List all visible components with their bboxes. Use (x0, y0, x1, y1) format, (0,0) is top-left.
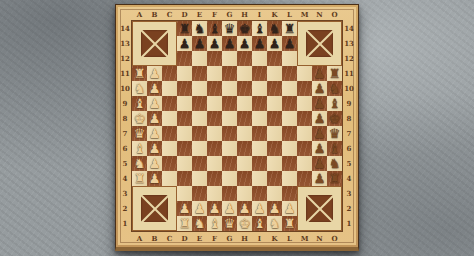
square-M8 (297, 111, 312, 126)
coordinate-label: 13 (342, 36, 356, 51)
square-A6: ♝ (132, 141, 147, 156)
square-D9 (177, 96, 192, 111)
square-I3 (252, 186, 267, 201)
square-N7: ♟ (312, 126, 327, 141)
square-F8 (207, 111, 222, 126)
square-G2: ♟ (222, 201, 237, 216)
square-F6 (207, 141, 222, 156)
square-H6 (237, 141, 252, 156)
square-F2: ♟ (207, 201, 222, 216)
x-square-icon (306, 30, 333, 57)
square-H13: ♟ (237, 36, 252, 51)
square-K3 (267, 186, 282, 201)
square-B9: ♟ (147, 96, 162, 111)
coordinate-label: F (207, 7, 222, 21)
square-K12 (267, 51, 282, 66)
coordinates-right: 1413121110987654321 (342, 21, 356, 231)
coordinate-label: O (327, 7, 342, 21)
coordinate-label: 12 (342, 51, 356, 66)
square-E7 (192, 126, 207, 141)
square-F5 (207, 156, 222, 171)
square-B11: ♟ (147, 66, 162, 81)
west-pawn: ♟ (147, 156, 162, 171)
square-O10: ♞ (327, 81, 342, 96)
coordinate-label: E (192, 7, 207, 21)
chess-board: ABCDEFGHIKLMNO ABCDEFGHIKLMNO 1413121110… (115, 4, 359, 251)
square-F10 (207, 81, 222, 96)
square-D13: ♟ (177, 36, 192, 51)
square-N10: ♟ (312, 81, 327, 96)
square-B10: ♟ (147, 81, 162, 96)
east-knight: ♞ (327, 156, 342, 171)
square-G3 (222, 186, 237, 201)
square-A11: ♜ (132, 66, 147, 81)
west-knight: ♞ (132, 156, 147, 171)
corner-x-motif (132, 21, 177, 66)
square-H8 (237, 111, 252, 126)
coordinate-label: 10 (118, 81, 132, 96)
north-pawn: ♟ (222, 36, 237, 51)
north-pawn: ♟ (267, 36, 282, 51)
concrete-background: ABCDEFGHIKLMNO ABCDEFGHIKLMNO 1413121110… (0, 0, 474, 256)
square-G5 (222, 156, 237, 171)
square-M9 (297, 96, 312, 111)
corner-x-motif (132, 186, 177, 231)
north-knight: ♞ (192, 21, 207, 36)
square-E2: ♟ (192, 201, 207, 216)
square-I12 (252, 51, 267, 66)
square-I14: ♝ (252, 21, 267, 36)
coordinate-label: F (207, 231, 222, 245)
coordinate-label: 8 (342, 111, 356, 126)
coordinate-label: 7 (342, 126, 356, 141)
south-king: ♚ (237, 216, 252, 231)
north-rook: ♜ (282, 21, 297, 36)
square-I8 (252, 111, 267, 126)
east-pawn: ♟ (312, 126, 327, 141)
coordinate-label: M (297, 7, 312, 21)
coordinate-label: O (327, 231, 342, 245)
square-C4 (162, 171, 177, 186)
square-I10 (252, 81, 267, 96)
square-E6 (192, 141, 207, 156)
north-pawn: ♟ (192, 36, 207, 51)
east-pawn: ♟ (312, 141, 327, 156)
square-D12 (177, 51, 192, 66)
square-H10 (237, 81, 252, 96)
square-B8: ♟ (147, 111, 162, 126)
square-K6 (267, 141, 282, 156)
south-queen: ♛ (222, 216, 237, 231)
square-C9 (162, 96, 177, 111)
square-D4 (177, 171, 192, 186)
coordinate-label: 10 (342, 81, 356, 96)
coordinate-label: K (267, 231, 282, 245)
square-H5 (237, 156, 252, 171)
square-I7 (252, 126, 267, 141)
south-pawn: ♟ (267, 201, 282, 216)
north-knight: ♞ (267, 21, 282, 36)
square-L1: ♜ (282, 216, 297, 231)
square-H3 (237, 186, 252, 201)
coordinate-label: N (312, 231, 327, 245)
east-pawn: ♟ (312, 66, 327, 81)
square-G13: ♟ (222, 36, 237, 51)
coordinate-label: 7 (118, 126, 132, 141)
square-I2: ♟ (252, 201, 267, 216)
square-O6: ♝ (327, 141, 342, 156)
square-G1: ♛ (222, 216, 237, 231)
square-G12 (222, 51, 237, 66)
square-F7 (207, 126, 222, 141)
square-L6 (282, 141, 297, 156)
square-A4: ♜ (132, 171, 147, 186)
coordinate-label: 14 (118, 21, 132, 36)
square-I5 (252, 156, 267, 171)
square-L10 (282, 81, 297, 96)
square-O7: ♛ (327, 126, 342, 141)
square-G8 (222, 111, 237, 126)
coordinate-label: 3 (342, 186, 356, 201)
east-pawn: ♟ (312, 96, 327, 111)
coordinate-label: 2 (342, 201, 356, 216)
square-E5 (192, 156, 207, 171)
square-L5 (282, 156, 297, 171)
square-M11 (297, 66, 312, 81)
coordinate-label: 14 (342, 21, 356, 36)
square-F9 (207, 96, 222, 111)
north-pawn: ♟ (237, 36, 252, 51)
square-A10: ♞ (132, 81, 147, 96)
east-queen: ♛ (327, 126, 342, 141)
square-A5: ♞ (132, 156, 147, 171)
west-bishop: ♝ (132, 141, 147, 156)
square-D1: ♜ (177, 216, 192, 231)
square-F11 (207, 66, 222, 81)
square-K8 (267, 111, 282, 126)
east-knight: ♞ (327, 81, 342, 96)
coordinate-label: C (162, 231, 177, 245)
square-M7 (297, 126, 312, 141)
square-H1: ♚ (237, 216, 252, 231)
square-C7 (162, 126, 177, 141)
west-king: ♚ (132, 111, 147, 126)
square-E3 (192, 186, 207, 201)
square-I1: ♝ (252, 216, 267, 231)
square-H11 (237, 66, 252, 81)
coordinate-label: 2 (118, 201, 132, 216)
square-L2: ♟ (282, 201, 297, 216)
square-D3 (177, 186, 192, 201)
north-pawn: ♟ (177, 36, 192, 51)
coordinate-label: H (237, 231, 252, 245)
south-rook: ♜ (177, 216, 192, 231)
square-G14: ♛ (222, 21, 237, 36)
west-pawn: ♟ (147, 141, 162, 156)
square-L9 (282, 96, 297, 111)
square-O11: ♜ (327, 66, 342, 81)
square-D11 (177, 66, 192, 81)
west-pawn: ♟ (147, 81, 162, 96)
square-K10 (267, 81, 282, 96)
square-L13: ♟ (282, 36, 297, 51)
square-K5 (267, 156, 282, 171)
x-square-icon (141, 30, 168, 57)
coordinates-bottom: ABCDEFGHIKLMNO (132, 231, 342, 245)
coordinate-label: 12 (118, 51, 132, 66)
square-L8 (282, 111, 297, 126)
square-K13: ♟ (267, 36, 282, 51)
west-bishop: ♝ (132, 96, 147, 111)
square-K9 (267, 96, 282, 111)
square-N5: ♟ (312, 156, 327, 171)
square-E9 (192, 96, 207, 111)
square-F3 (207, 186, 222, 201)
north-bishop: ♝ (252, 21, 267, 36)
square-D10 (177, 81, 192, 96)
square-C6 (162, 141, 177, 156)
square-A9: ♝ (132, 96, 147, 111)
north-pawn: ♟ (207, 36, 222, 51)
east-rook: ♜ (327, 171, 342, 186)
square-L11 (282, 66, 297, 81)
square-O8: ♚ (327, 111, 342, 126)
square-D2: ♟ (177, 201, 192, 216)
square-I6 (252, 141, 267, 156)
coordinate-label: 6 (342, 141, 356, 156)
north-pawn: ♟ (282, 36, 297, 51)
square-H14: ♚ (237, 21, 252, 36)
west-pawn: ♟ (147, 126, 162, 141)
square-C11 (162, 66, 177, 81)
square-G10 (222, 81, 237, 96)
square-G7 (222, 126, 237, 141)
coordinates-left: 1413121110987654321 (118, 21, 132, 231)
square-L4 (282, 171, 297, 186)
south-pawn: ♟ (282, 201, 297, 216)
square-E12 (192, 51, 207, 66)
square-B5: ♟ (147, 156, 162, 171)
square-I4 (252, 171, 267, 186)
coordinate-label: 5 (118, 156, 132, 171)
south-pawn: ♟ (207, 201, 222, 216)
square-D14: ♜ (177, 21, 192, 36)
south-pawn: ♟ (177, 201, 192, 216)
square-O9: ♝ (327, 96, 342, 111)
square-E14: ♞ (192, 21, 207, 36)
coordinate-label: 4 (342, 171, 356, 186)
square-G11 (222, 66, 237, 81)
coordinate-label: B (147, 231, 162, 245)
square-O5: ♞ (327, 156, 342, 171)
west-pawn: ♟ (147, 96, 162, 111)
square-O4: ♜ (327, 171, 342, 186)
square-N11: ♟ (312, 66, 327, 81)
east-pawn: ♟ (312, 156, 327, 171)
square-K11 (267, 66, 282, 81)
north-king: ♚ (237, 21, 252, 36)
square-M5 (297, 156, 312, 171)
square-D6 (177, 141, 192, 156)
square-N6: ♟ (312, 141, 327, 156)
west-queen: ♛ (132, 126, 147, 141)
coordinate-label: K (267, 7, 282, 21)
coordinate-label: L (282, 231, 297, 245)
east-pawn: ♟ (312, 81, 327, 96)
square-E4 (192, 171, 207, 186)
east-pawn: ♟ (312, 171, 327, 186)
x-square-icon (141, 195, 168, 222)
south-pawn: ♟ (222, 201, 237, 216)
square-G4 (222, 171, 237, 186)
coordinate-label: 1 (118, 216, 132, 231)
coordinate-label: G (222, 231, 237, 245)
square-F12 (207, 51, 222, 66)
east-bishop: ♝ (327, 141, 342, 156)
square-L7 (282, 126, 297, 141)
square-C10 (162, 81, 177, 96)
square-K1: ♞ (267, 216, 282, 231)
x-square-icon (306, 195, 333, 222)
coordinate-label: G (222, 7, 237, 21)
coordinate-label: M (297, 231, 312, 245)
coordinate-label: H (237, 7, 252, 21)
square-L14: ♜ (282, 21, 297, 36)
square-B7: ♟ (147, 126, 162, 141)
coordinate-label: 3 (118, 186, 132, 201)
square-E8 (192, 111, 207, 126)
south-knight: ♞ (267, 216, 282, 231)
board-frame: ABCDEFGHIKLMNO ABCDEFGHIKLMNO 1413121110… (118, 7, 356, 245)
square-M4 (297, 171, 312, 186)
square-M6 (297, 141, 312, 156)
coordinate-label: 6 (118, 141, 132, 156)
playing-field: ♜♞♝♛♚♝♞♜♟♟♟♟♟♟♟♟♜♟♟♜♞♟♟♞♝♟♟♝♚♟♟♚♛♟♟♛♝♟♟♝… (132, 21, 342, 231)
west-knight: ♞ (132, 81, 147, 96)
square-B6: ♟ (147, 141, 162, 156)
east-pawn: ♟ (312, 111, 327, 126)
corner-x-motif (297, 21, 342, 66)
coordinate-label: A (132, 231, 147, 245)
square-D7 (177, 126, 192, 141)
west-rook: ♜ (132, 66, 147, 81)
coordinate-label: C (162, 7, 177, 21)
coordinate-label: 11 (118, 66, 132, 81)
coordinate-label: 13 (118, 36, 132, 51)
square-D5 (177, 156, 192, 171)
square-E10 (192, 81, 207, 96)
west-pawn: ♟ (147, 66, 162, 81)
square-K7 (267, 126, 282, 141)
north-pawn: ♟ (252, 36, 267, 51)
square-G9 (222, 96, 237, 111)
square-I11 (252, 66, 267, 81)
square-F13: ♟ (207, 36, 222, 51)
square-H2: ♟ (237, 201, 252, 216)
board-rim-edge: ABCDEFGHIKLMNO ABCDEFGHIKLMNO 1413121110… (115, 4, 359, 251)
coordinate-label: B (147, 7, 162, 21)
south-bishop: ♝ (252, 216, 267, 231)
square-A7: ♛ (132, 126, 147, 141)
west-pawn: ♟ (147, 111, 162, 126)
north-rook: ♜ (177, 21, 192, 36)
square-K4 (267, 171, 282, 186)
south-knight: ♞ (192, 216, 207, 231)
south-rook: ♜ (282, 216, 297, 231)
coordinate-label: I (252, 7, 267, 21)
east-rook: ♜ (327, 66, 342, 81)
south-pawn: ♟ (192, 201, 207, 216)
south-pawn: ♟ (237, 201, 252, 216)
coordinate-label: 4 (118, 171, 132, 186)
square-H4 (237, 171, 252, 186)
coordinate-label: E (192, 231, 207, 245)
west-pawn: ♟ (147, 171, 162, 186)
coordinate-label: 8 (118, 111, 132, 126)
coordinate-label: N (312, 7, 327, 21)
square-L12 (282, 51, 297, 66)
square-E1: ♞ (192, 216, 207, 231)
south-pawn: ♟ (252, 201, 267, 216)
square-N9: ♟ (312, 96, 327, 111)
coordinate-label: 5 (342, 156, 356, 171)
square-I13: ♟ (252, 36, 267, 51)
east-bishop: ♝ (327, 96, 342, 111)
coordinate-label: A (132, 7, 147, 21)
coordinate-label: I (252, 231, 267, 245)
north-queen: ♛ (222, 21, 237, 36)
square-H12 (237, 51, 252, 66)
east-king: ♚ (327, 111, 342, 126)
coordinate-label: D (177, 231, 192, 245)
square-C5 (162, 156, 177, 171)
square-F4 (207, 171, 222, 186)
square-M10 (297, 81, 312, 96)
corner-x-motif (297, 186, 342, 231)
square-K14: ♞ (267, 21, 282, 36)
square-L3 (282, 186, 297, 201)
square-F14: ♝ (207, 21, 222, 36)
coordinates-top: ABCDEFGHIKLMNO (132, 7, 342, 21)
square-N4: ♟ (312, 171, 327, 186)
square-E13: ♟ (192, 36, 207, 51)
coordinate-label: L (282, 7, 297, 21)
coordinate-label: 1 (342, 216, 356, 231)
square-E11 (192, 66, 207, 81)
coordinate-label: 9 (342, 96, 356, 111)
square-I9 (252, 96, 267, 111)
coordinate-label: 11 (342, 66, 356, 81)
square-H7 (237, 126, 252, 141)
square-A8: ♚ (132, 111, 147, 126)
coordinate-label: 9 (118, 96, 132, 111)
square-B4: ♟ (147, 171, 162, 186)
south-bishop: ♝ (207, 216, 222, 231)
square-G6 (222, 141, 237, 156)
west-rook: ♜ (132, 171, 147, 186)
coordinate-label: D (177, 7, 192, 21)
square-H9 (237, 96, 252, 111)
square-N8: ♟ (312, 111, 327, 126)
north-bishop: ♝ (207, 21, 222, 36)
square-C8 (162, 111, 177, 126)
square-D8 (177, 111, 192, 126)
square-K2: ♟ (267, 201, 282, 216)
square-F1: ♝ (207, 216, 222, 231)
